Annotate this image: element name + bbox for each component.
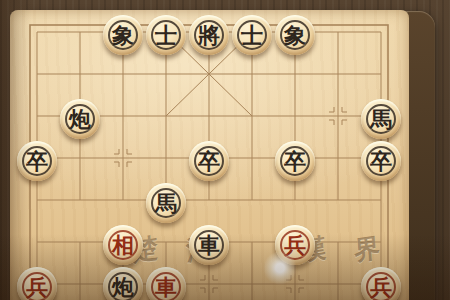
black-卒-piece[interactable]: 卒 — [17, 141, 57, 181]
piece-character: 炮 — [112, 277, 134, 299]
piece-character: 象 — [112, 25, 134, 47]
piece-character: 卒 — [370, 151, 392, 173]
black-卒-piece[interactable]: 卒 — [361, 141, 401, 181]
black-士-piece[interactable]: 士 — [146, 15, 186, 55]
piece-character: 車 — [198, 235, 220, 257]
black-士-piece[interactable]: 士 — [232, 15, 272, 55]
red-兵-piece[interactable]: 兵 — [275, 225, 315, 265]
black-炮-piece[interactable]: 炮 — [103, 267, 143, 300]
piece-character: 卒 — [198, 151, 220, 173]
piece-character: 士 — [241, 25, 263, 47]
black-馬-piece[interactable]: 馬 — [361, 99, 401, 139]
piece-character: 象 — [284, 25, 306, 47]
board-surface[interactable]: 楚 河 漢 界 象士將士象炮馬卒卒卒卒馬相車兵兵炮車兵 — [10, 10, 409, 300]
black-馬-piece[interactable]: 馬 — [146, 183, 186, 223]
xiangqi-app: 楚 河 漢 界 象士將士象炮馬卒卒卒卒馬相車兵兵炮車兵 — [0, 0, 450, 300]
piece-character: 兵 — [370, 277, 392, 299]
piece-character: 兵 — [284, 235, 306, 257]
red-兵-piece[interactable]: 兵 — [361, 267, 401, 300]
black-象-piece[interactable]: 象 — [103, 15, 143, 55]
red-車-piece[interactable]: 車 — [146, 267, 186, 300]
piece-character: 相 — [112, 235, 134, 257]
piece-character: 兵 — [26, 277, 48, 299]
piece-character: 卒 — [284, 151, 306, 173]
piece-character: 將 — [198, 25, 220, 47]
black-卒-piece[interactable]: 卒 — [189, 141, 229, 181]
black-卒-piece[interactable]: 卒 — [275, 141, 315, 181]
piece-character: 炮 — [69, 109, 91, 131]
piece-character: 士 — [155, 25, 177, 47]
red-兵-piece[interactable]: 兵 — [17, 267, 57, 300]
piece-character: 車 — [155, 277, 177, 299]
red-相-piece[interactable]: 相 — [103, 225, 143, 265]
black-車-piece[interactable]: 車 — [189, 225, 229, 265]
black-象-piece[interactable]: 象 — [275, 15, 315, 55]
piece-character: 馬 — [155, 193, 177, 215]
black-炮-piece[interactable]: 炮 — [60, 99, 100, 139]
piece-character: 卒 — [26, 151, 48, 173]
piece-character: 馬 — [370, 109, 392, 131]
black-將-piece[interactable]: 將 — [189, 15, 229, 55]
